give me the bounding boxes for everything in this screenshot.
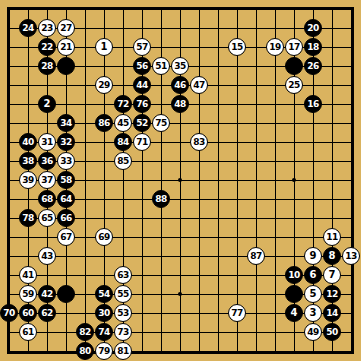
stone-move-49-white-R2[interactable]: 49 — [304, 323, 322, 341]
stone-move-66-black-D8[interactable]: 66 — [57, 209, 75, 227]
stone-move-34-black-D13[interactable]: 34 — [57, 114, 75, 132]
stone-move-42-black-C4[interactable]: 42 — [38, 285, 56, 303]
stone-move-59-white-B4[interactable]: 59 — [19, 285, 37, 303]
stone-move-36-black-C11[interactable]: 36 — [38, 152, 56, 170]
stone-move-19-white-P17[interactable]: 19 — [266, 38, 284, 56]
stone-move-47-white-L15[interactable]: 47 — [190, 76, 208, 94]
stone-move-73-white-G2[interactable]: 73 — [114, 323, 132, 341]
star-point — [178, 292, 182, 296]
star-point — [292, 178, 296, 182]
stone-move-41-white-B5[interactable]: 41 — [19, 266, 37, 284]
stone-move-62-black-C3[interactable]: 62 — [38, 304, 56, 322]
stone-move-29-white-F15[interactable]: 29 — [95, 76, 113, 94]
stone-move-74-black-F2[interactable]: 74 — [95, 323, 113, 341]
stone-move-32-black-D12[interactable]: 32 — [57, 133, 75, 151]
stone-move-3-white-R3[interactable]: 3 — [304, 304, 322, 322]
stone-move-18-black-R17[interactable]: 18 — [304, 38, 322, 56]
stone-move-27-white-D18[interactable]: 27 — [57, 19, 75, 37]
stone-move-15-white-N17[interactable]: 15 — [228, 38, 246, 56]
stone-move-16-black-R14[interactable]: 16 — [304, 95, 322, 113]
stone-move-85-white-G11[interactable]: 85 — [114, 152, 132, 170]
stone-move-68-black-C9[interactable]: 68 — [38, 190, 56, 208]
stone-move-61-white-B2[interactable]: 61 — [19, 323, 37, 341]
handicap-stone-black-D4[interactable] — [57, 285, 75, 303]
stone-move-70-black-A3[interactable]: 70 — [0, 304, 18, 322]
stone-move-7-white-S5[interactable]: 7 — [323, 266, 341, 284]
stone-move-77-white-N3[interactable]: 77 — [228, 304, 246, 322]
stone-move-1-white-F17[interactable]: 1 — [95, 38, 113, 56]
stone-move-87-white-O6[interactable]: 87 — [247, 247, 265, 265]
stone-move-67-white-D7[interactable]: 67 — [57, 228, 75, 246]
stone-move-35-white-K16[interactable]: 35 — [171, 57, 189, 75]
handicap-stone-black-D16[interactable] — [57, 57, 75, 75]
stone-move-75-white-J13[interactable]: 75 — [152, 114, 170, 132]
stone-move-78-black-B8[interactable]: 78 — [19, 209, 37, 227]
stone-move-52-black-H13[interactable]: 52 — [133, 114, 151, 132]
stone-move-39-white-B10[interactable]: 39 — [19, 171, 37, 189]
stone-move-51-white-J16[interactable]: 51 — [152, 57, 170, 75]
stone-move-17-white-Q17[interactable]: 17 — [285, 38, 303, 56]
stone-move-79-white-F1[interactable]: 79 — [95, 342, 113, 360]
stone-move-22-black-C17[interactable]: 22 — [38, 38, 56, 56]
stone-move-31-white-C12[interactable]: 31 — [38, 133, 56, 151]
stone-move-20-black-R18[interactable]: 20 — [304, 19, 322, 37]
stone-move-25-white-Q15[interactable]: 25 — [285, 76, 303, 94]
stone-move-38-black-B11[interactable]: 38 — [19, 152, 37, 170]
stone-move-5-white-R4[interactable]: 5 — [304, 285, 322, 303]
stone-move-26-black-R16[interactable]: 26 — [304, 57, 322, 75]
stone-move-37-white-C10[interactable]: 37 — [38, 171, 56, 189]
stone-move-10-black-Q5[interactable]: 10 — [285, 266, 303, 284]
stone-move-71-white-H12[interactable]: 71 — [133, 133, 151, 151]
stone-move-58-black-D10[interactable]: 58 — [57, 171, 75, 189]
stone-move-53-white-G3[interactable]: 53 — [114, 304, 132, 322]
stone-move-45-white-G13[interactable]: 45 — [114, 114, 132, 132]
stone-move-84-black-G12[interactable]: 84 — [114, 133, 132, 151]
go-board[interactable]: 1234567891011121314151617181920212223242… — [0, 0, 361, 361]
stone-move-12-black-S4[interactable]: 12 — [323, 285, 341, 303]
handicap-stone-black-Q16[interactable] — [285, 57, 303, 75]
stone-move-6-black-R5[interactable]: 6 — [304, 266, 322, 284]
stone-move-44-black-H15[interactable]: 44 — [133, 76, 151, 94]
stone-move-46-black-K15[interactable]: 46 — [171, 76, 189, 94]
handicap-stone-black-Q4[interactable] — [285, 285, 303, 303]
stone-move-88-black-J9[interactable]: 88 — [152, 190, 170, 208]
stone-move-55-white-G4[interactable]: 55 — [114, 285, 132, 303]
stone-move-56-black-H16[interactable]: 56 — [133, 57, 151, 75]
stone-move-82-black-E2[interactable]: 82 — [76, 323, 94, 341]
stone-move-80-black-E1[interactable]: 80 — [76, 342, 94, 360]
stone-move-64-black-D9[interactable]: 64 — [57, 190, 75, 208]
stone-move-24-black-B18[interactable]: 24 — [19, 19, 37, 37]
stone-move-63-white-G5[interactable]: 63 — [114, 266, 132, 284]
stone-move-30-black-F3[interactable]: 30 — [95, 304, 113, 322]
stone-move-21-white-D17[interactable]: 21 — [57, 38, 75, 56]
stone-move-9-white-R6[interactable]: 9 — [304, 247, 322, 265]
stone-move-72-black-G14[interactable]: 72 — [114, 95, 132, 113]
stone-move-23-white-C18[interactable]: 23 — [38, 19, 56, 37]
stone-move-60-black-B3[interactable]: 60 — [19, 304, 37, 322]
stone-move-65-white-C8[interactable]: 65 — [38, 209, 56, 227]
stone-move-57-white-H17[interactable]: 57 — [133, 38, 151, 56]
stone-move-2-black-C14[interactable]: 2 — [38, 95, 56, 113]
stone-move-33-white-D11[interactable]: 33 — [57, 152, 75, 170]
stone-move-86-black-F13[interactable]: 86 — [95, 114, 113, 132]
stone-move-4-black-Q3[interactable]: 4 — [285, 304, 303, 322]
stone-move-50-black-S2[interactable]: 50 — [323, 323, 341, 341]
star-point — [178, 178, 182, 182]
stone-move-43-white-C6[interactable]: 43 — [38, 247, 56, 265]
stone-move-40-black-B12[interactable]: 40 — [19, 133, 37, 151]
stone-move-81-white-G1[interactable]: 81 — [114, 342, 132, 360]
stone-move-48-black-K14[interactable]: 48 — [171, 95, 189, 113]
stone-move-8-black-S6[interactable]: 8 — [323, 247, 341, 265]
stone-move-54-black-F4[interactable]: 54 — [95, 285, 113, 303]
stone-move-83-white-L12[interactable]: 83 — [190, 133, 208, 151]
stone-move-14-black-S3[interactable]: 14 — [323, 304, 341, 322]
stone-move-28-black-C16[interactable]: 28 — [38, 57, 56, 75]
stone-move-11-white-S7[interactable]: 11 — [323, 228, 341, 246]
stone-move-76-black-H14[interactable]: 76 — [133, 95, 151, 113]
stone-move-69-white-F7[interactable]: 69 — [95, 228, 113, 246]
stone-move-13-white-T6[interactable]: 13 — [342, 247, 360, 265]
